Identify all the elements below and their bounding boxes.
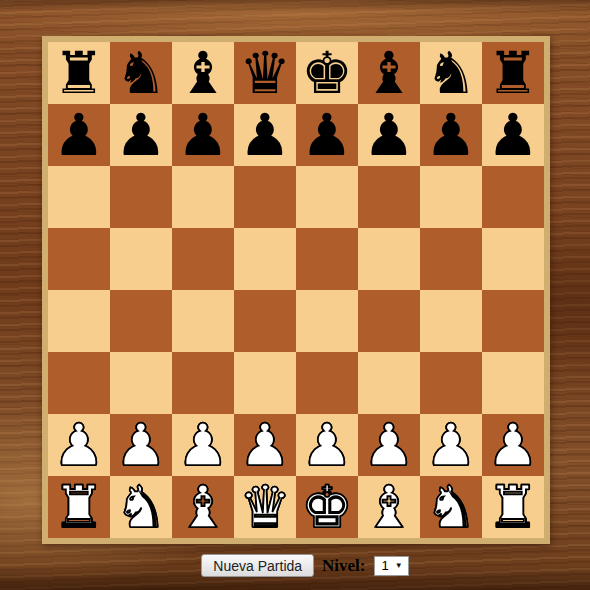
square-a2[interactable]: ♟ [48,414,110,476]
square-g6[interactable] [420,166,482,228]
controls-bar: Nueva Partida Nivel: 1 ▼ [10,554,590,577]
square-a7[interactable]: ♟ [48,104,110,166]
piece-black-bishop[interactable]: ♝ [363,42,415,104]
square-d6[interactable] [234,166,296,228]
piece-white-bishop[interactable]: ♝ [177,476,229,538]
square-d1[interactable]: ♛ [234,476,296,538]
piece-white-pawn[interactable]: ♟ [363,414,415,476]
square-a4[interactable] [48,290,110,352]
square-c2[interactable]: ♟ [172,414,234,476]
square-c5[interactable] [172,228,234,290]
piece-black-knight[interactable]: ♞ [115,42,167,104]
square-g4[interactable] [420,290,482,352]
square-c8[interactable]: ♝ [172,42,234,104]
square-e6[interactable] [296,166,358,228]
piece-black-pawn[interactable]: ♟ [487,104,539,166]
square-d7[interactable]: ♟ [234,104,296,166]
square-b8[interactable]: ♞ [110,42,172,104]
chess-board-frame: ♜♞♝♛♚♝♞♜♟♟♟♟♟♟♟♟♟♟♟♟♟♟♟♟♜♞♝♛♚♝♞♜ [42,36,550,544]
square-e2[interactable]: ♟ [296,414,358,476]
square-h8[interactable]: ♜ [482,42,544,104]
chevron-down-icon: ▼ [395,561,403,570]
level-select[interactable]: 1 ▼ [374,556,409,576]
piece-white-knight[interactable]: ♞ [115,476,167,538]
square-e8[interactable]: ♚ [296,42,358,104]
square-h1[interactable]: ♜ [482,476,544,538]
piece-white-pawn[interactable]: ♟ [301,414,353,476]
square-b5[interactable] [110,228,172,290]
piece-white-pawn[interactable]: ♟ [177,414,229,476]
square-g3[interactable] [420,352,482,414]
square-e4[interactable] [296,290,358,352]
square-b1[interactable]: ♞ [110,476,172,538]
square-d4[interactable] [234,290,296,352]
square-f5[interactable] [358,228,420,290]
square-g7[interactable]: ♟ [420,104,482,166]
piece-white-rook[interactable]: ♜ [487,476,539,538]
square-e5[interactable] [296,228,358,290]
square-h5[interactable] [482,228,544,290]
square-g1[interactable]: ♞ [420,476,482,538]
square-f3[interactable] [358,352,420,414]
level-label: Nivel: [322,556,365,576]
square-e1[interactable]: ♚ [296,476,358,538]
square-c3[interactable] [172,352,234,414]
square-e7[interactable]: ♟ [296,104,358,166]
piece-black-pawn[interactable]: ♟ [177,104,229,166]
square-g2[interactable]: ♟ [420,414,482,476]
square-a6[interactable] [48,166,110,228]
square-f8[interactable]: ♝ [358,42,420,104]
square-d2[interactable]: ♟ [234,414,296,476]
chess-board: ♜♞♝♛♚♝♞♜♟♟♟♟♟♟♟♟♟♟♟♟♟♟♟♟♜♞♝♛♚♝♞♜ [48,42,544,538]
square-a5[interactable] [48,228,110,290]
piece-white-knight[interactable]: ♞ [425,476,477,538]
piece-black-pawn[interactable]: ♟ [301,104,353,166]
square-b2[interactable]: ♟ [110,414,172,476]
square-c7[interactable]: ♟ [172,104,234,166]
piece-black-queen[interactable]: ♛ [239,42,291,104]
square-d3[interactable] [234,352,296,414]
square-f2[interactable]: ♟ [358,414,420,476]
piece-black-pawn[interactable]: ♟ [239,104,291,166]
piece-black-pawn[interactable]: ♟ [425,104,477,166]
square-f1[interactable]: ♝ [358,476,420,538]
square-c6[interactable] [172,166,234,228]
square-a8[interactable]: ♜ [48,42,110,104]
square-b6[interactable] [110,166,172,228]
piece-white-pawn[interactable]: ♟ [53,414,105,476]
square-f4[interactable] [358,290,420,352]
piece-black-pawn[interactable]: ♟ [53,104,105,166]
piece-white-pawn[interactable]: ♟ [425,414,477,476]
piece-black-pawn[interactable]: ♟ [363,104,415,166]
new-game-button[interactable]: Nueva Partida [201,554,314,577]
square-a1[interactable]: ♜ [48,476,110,538]
square-f7[interactable]: ♟ [358,104,420,166]
piece-white-rook[interactable]: ♜ [53,476,105,538]
piece-white-queen[interactable]: ♛ [239,476,291,538]
square-c4[interactable] [172,290,234,352]
piece-black-bishop[interactable]: ♝ [177,42,229,104]
piece-white-pawn[interactable]: ♟ [239,414,291,476]
square-g5[interactable] [420,228,482,290]
level-select-value: 1 [382,558,389,573]
square-f6[interactable] [358,166,420,228]
square-e3[interactable] [296,352,358,414]
square-b3[interactable] [110,352,172,414]
square-h6[interactable] [482,166,544,228]
piece-black-knight[interactable]: ♞ [425,42,477,104]
square-a3[interactable] [48,352,110,414]
square-h7[interactable]: ♟ [482,104,544,166]
piece-white-king[interactable]: ♚ [301,476,353,538]
piece-black-rook[interactable]: ♜ [53,42,105,104]
square-d5[interactable] [234,228,296,290]
square-b4[interactable] [110,290,172,352]
piece-black-king[interactable]: ♚ [301,42,353,104]
piece-black-rook[interactable]: ♜ [487,42,539,104]
square-g8[interactable]: ♞ [420,42,482,104]
piece-white-bishop[interactable]: ♝ [363,476,415,538]
piece-white-pawn[interactable]: ♟ [115,414,167,476]
square-h2[interactable]: ♟ [482,414,544,476]
piece-white-pawn[interactable]: ♟ [487,414,539,476]
piece-black-pawn[interactable]: ♟ [115,104,167,166]
square-h3[interactable] [482,352,544,414]
square-d8[interactable]: ♛ [234,42,296,104]
square-h4[interactable] [482,290,544,352]
square-c1[interactable]: ♝ [172,476,234,538]
square-b7[interactable]: ♟ [110,104,172,166]
